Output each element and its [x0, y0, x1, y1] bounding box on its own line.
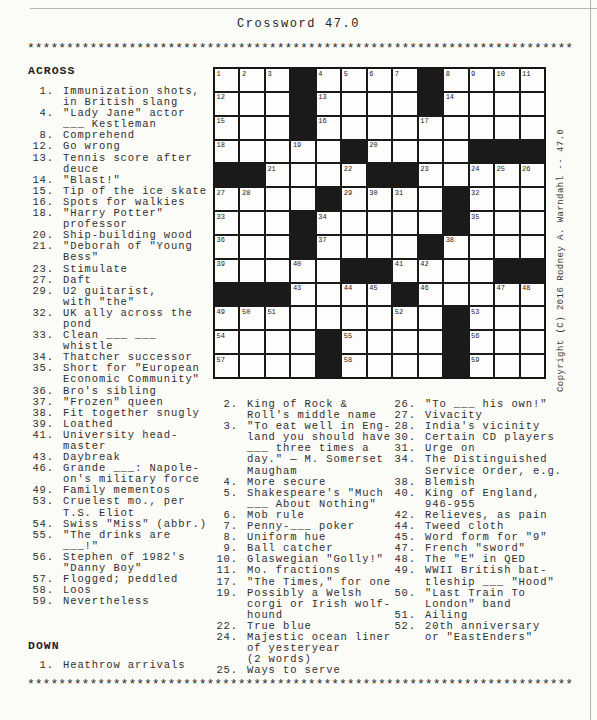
black-cell-r6c10 — [444, 188, 467, 210]
cell-r9c8[interactable]: 41 — [393, 260, 416, 282]
cell-r5c6[interactable]: 22 — [342, 164, 365, 186]
black-cell-r9c13 — [521, 260, 544, 282]
cell-number: 38 — [446, 236, 454, 244]
across-clue-36: 36.Bro's sibling — [28, 386, 212, 397]
cell-r8c13[interactable] — [521, 236, 544, 258]
down-clue-17: 17."The Times," for one — [212, 577, 404, 588]
cell-r5c10[interactable] — [444, 164, 467, 186]
cell-r10c6[interactable]: 44 — [342, 284, 365, 306]
cell-r13c11[interactable]: 59 — [470, 355, 493, 377]
cell-number: 50 — [242, 308, 250, 316]
cell-r6c12[interactable] — [495, 188, 518, 210]
across-clue-12: 12.Go wrong — [28, 141, 212, 152]
cell-r13c12[interactable] — [495, 355, 518, 377]
divider-bottom: ****************************************… — [27, 679, 579, 690]
clue-text: U2 guitarist, with "the" — [63, 286, 157, 308]
cell-r13c6[interactable]: 58 — [342, 355, 365, 377]
cell-number: 32 — [471, 189, 479, 197]
clue-text: "To eat well in Eng- land you should hav… — [247, 421, 391, 476]
cell-r7c12[interactable] — [495, 212, 518, 234]
cell-r10c11[interactable] — [470, 284, 493, 306]
cell-r13c1[interactable]: 57 — [215, 355, 238, 377]
cell-r12c13[interactable] — [521, 331, 544, 353]
across-clue-38: 38.Fit together snugly — [28, 408, 212, 419]
cell-r3c6[interactable] — [342, 117, 365, 139]
cell-r7c9[interactable] — [419, 212, 442, 234]
cell-r5c13[interactable]: 26 — [521, 164, 544, 186]
cell-r3c10[interactable] — [444, 117, 467, 139]
cell-r7c3[interactable] — [266, 212, 289, 234]
clue-text: Shakespeare's "Much ___ About Nothing" — [247, 488, 384, 510]
cell-number: 51 — [267, 308, 275, 316]
cell-r4c1[interactable]: 18 — [215, 141, 238, 163]
cell-number: 7 — [395, 70, 399, 78]
black-cell-r12c5 — [317, 331, 340, 353]
cell-r8c3[interactable] — [266, 236, 289, 258]
cell-r10c7[interactable]: 45 — [368, 284, 391, 306]
down-clue-1: 1.Heathrow arrivals — [28, 660, 212, 671]
cell-r2c13[interactable] — [521, 93, 544, 115]
cell-r9c10[interactable] — [444, 260, 467, 282]
across-clue-35: 35.Short for "European Economic Communit… — [28, 363, 212, 385]
cell-number: 28 — [242, 189, 250, 197]
cell-r10c12[interactable]: 47 — [495, 284, 518, 306]
cell-r5c11[interactable]: 24 — [470, 164, 493, 186]
cell-r1c10[interactable]: 8 — [444, 69, 467, 91]
clue-number: 32. — [28, 308, 54, 319]
cell-r13c4[interactable] — [291, 355, 314, 377]
clue-number: 21. — [28, 241, 54, 252]
black-cell-r8c4 — [291, 236, 314, 258]
cell-number: 55 — [344, 332, 352, 340]
clue-text: Clean ___ ___ whistle — [63, 330, 157, 352]
down-clue-2: 2.King of Rock & Roll's middle name — [212, 399, 404, 421]
cell-r8c10[interactable]: 38 — [444, 236, 467, 258]
cell-r6c1[interactable]: 27 — [215, 188, 238, 210]
cell-number: 9 — [471, 70, 475, 78]
cell-number: 37 — [318, 236, 326, 244]
down-clue-25: 25.Ways to serve — [212, 665, 404, 676]
cell-r3c11[interactable] — [470, 117, 493, 139]
clue-number: 55. — [28, 530, 54, 541]
cell-r13c3[interactable] — [266, 355, 289, 377]
clue-number: 12. — [28, 141, 54, 152]
cell-r6c8[interactable]: 31 — [393, 188, 416, 210]
cell-r6c3[interactable] — [266, 188, 289, 210]
cell-r6c13[interactable] — [521, 188, 544, 210]
clue-number: 49. — [390, 565, 416, 576]
cell-number: 17 — [420, 117, 428, 125]
cell-number: 13 — [318, 93, 326, 101]
cell-r9c11[interactable] — [470, 260, 493, 282]
black-cell-r5c2 — [240, 164, 263, 186]
clue-number: 4. — [28, 108, 54, 119]
cell-r1c1[interactable]: 1 — [215, 69, 238, 91]
cell-r11c2[interactable]: 50 — [240, 307, 263, 329]
clue-number: 34. — [390, 454, 416, 465]
cell-r7c6[interactable] — [342, 212, 365, 234]
cell-r1c11[interactable]: 9 — [470, 69, 493, 91]
cell-r4c7[interactable]: 20 — [368, 141, 391, 163]
cell-r3c7[interactable] — [368, 117, 391, 139]
cell-r12c1[interactable]: 54 — [215, 331, 238, 353]
cell-r4c2[interactable] — [240, 141, 263, 163]
cell-r7c11[interactable]: 35 — [470, 212, 493, 234]
across-clue-55: 55."The drinks are ___!" — [28, 530, 212, 552]
clue-number: 56. — [28, 552, 54, 563]
clue-number: 41. — [28, 430, 54, 441]
cell-r3c9[interactable]: 17 — [419, 117, 442, 139]
cell-r11c8[interactable]: 52 — [393, 307, 416, 329]
cell-number: 53 — [471, 308, 479, 316]
clue-number: 50. — [390, 588, 416, 599]
clue-text: Ways to serve — [247, 665, 341, 676]
clue-text: "Lady Jane" actor ___ Kestleman — [63, 108, 185, 130]
cell-r11c4[interactable] — [291, 307, 314, 329]
cell-r9c9[interactable]: 42 — [419, 260, 442, 282]
cell-r6c6[interactable]: 29 — [342, 188, 365, 210]
black-cell-r7c10 — [444, 212, 467, 234]
cell-number: 49 — [217, 308, 225, 316]
cell-r10c5[interactable] — [317, 284, 340, 306]
cell-r1c5[interactable]: 4 — [317, 69, 340, 91]
clue-number: 19. — [212, 588, 238, 599]
clue-number: 40. — [390, 488, 416, 499]
cell-number: 59 — [471, 356, 479, 364]
cell-number: 58 — [344, 356, 352, 364]
cell-r3c5[interactable]: 16 — [317, 117, 340, 139]
cell-r11c13[interactable] — [521, 307, 544, 329]
cell-r6c9[interactable] — [419, 188, 442, 210]
clue-text: "The drinks are ___!" — [63, 530, 171, 552]
cell-r13c9[interactable] — [419, 355, 442, 377]
black-cell-r2c9 — [419, 93, 442, 115]
clue-number: 35. — [28, 363, 54, 374]
cell-r12c7[interactable] — [368, 331, 391, 353]
cell-number: 35 — [471, 213, 479, 221]
down-clue-30: 30.Certain CD players — [390, 432, 592, 443]
black-cell-r9c7 — [368, 260, 391, 282]
black-cell-r1c4 — [291, 69, 314, 91]
cell-r2c3[interactable] — [266, 93, 289, 115]
cell-r13c2[interactable] — [240, 355, 263, 377]
clue-text: Grande ___: Napole- on's military force — [63, 463, 200, 485]
cell-number: 11 — [522, 70, 530, 78]
down-clue-19: 19.Possibly a Welsh corgi or Irish wolf-… — [212, 588, 404, 621]
cell-r5c4[interactable] — [291, 164, 314, 186]
down-clue-50: 50."Last Train To London" band — [390, 588, 592, 610]
cell-number: 41 — [395, 260, 403, 268]
cell-number: 10 — [497, 70, 505, 78]
cell-number: 16 — [318, 117, 326, 125]
clue-number: 5. — [212, 488, 238, 499]
cell-r7c2[interactable] — [240, 212, 263, 234]
cell-r2c2[interactable] — [240, 93, 263, 115]
cell-r8c11[interactable] — [470, 236, 493, 258]
cell-number: 30 — [369, 189, 377, 197]
cell-r11c11[interactable]: 53 — [470, 307, 493, 329]
across-clue-29: 29.U2 guitarist, with "the" — [28, 286, 212, 308]
divider-top: ****************************************… — [27, 43, 579, 54]
clue-text: Possibly a Welsh corgi or Irish wolf- ho… — [247, 588, 391, 621]
crossword-page: Crossword 47.0 *************************… — [0, 0, 597, 720]
black-cell-r4c6 — [342, 141, 365, 163]
cell-r13c8[interactable] — [393, 355, 416, 377]
cell-r1c12[interactable]: 10 — [495, 69, 518, 91]
black-cell-r10c3 — [266, 284, 289, 306]
cell-r4c4[interactable]: 19 — [291, 141, 314, 163]
cell-r10c13[interactable]: 48 — [521, 284, 544, 306]
cell-r12c8[interactable] — [393, 331, 416, 353]
cell-number: 24 — [471, 165, 479, 173]
clue-number: 23. — [28, 264, 54, 275]
clue-text: King of England, 946-955 — [425, 488, 540, 510]
cell-r8c2[interactable] — [240, 236, 263, 258]
clue-text: King of Rock & Roll's middle name — [247, 399, 377, 421]
cell-number: 46 — [420, 284, 428, 292]
black-cell-r7c4 — [291, 212, 314, 234]
black-cell-r13c5 — [317, 355, 340, 377]
black-cell-r5c8 — [393, 164, 416, 186]
down-clue-3: 3."To eat well in Eng- land you should h… — [212, 421, 404, 476]
cell-r11c6[interactable] — [342, 307, 365, 329]
cell-r1c2[interactable]: 2 — [240, 69, 263, 91]
down-clue-49: 49.WWII British bat- tleship ___ "Hood" — [390, 565, 592, 587]
cell-r3c8[interactable] — [393, 117, 416, 139]
cell-r9c5[interactable] — [317, 260, 340, 282]
cell-r4c10[interactable] — [444, 141, 467, 163]
cell-r8c5[interactable]: 37 — [317, 236, 340, 258]
down-clue-5: 5.Shakespeare's "Much ___ About Nothing" — [212, 488, 404, 510]
cell-r4c8[interactable] — [393, 141, 416, 163]
clue-text: Cruelest mo., per T.S. Eliot — [63, 496, 185, 518]
crossword-grid: 1234567891011121314151617181920212223242… — [213, 67, 546, 379]
cell-r9c1[interactable]: 39 — [215, 260, 238, 282]
cell-r2c5[interactable]: 13 — [317, 93, 340, 115]
cell-r7c1[interactable]: 33 — [215, 212, 238, 234]
black-cell-r4c13 — [521, 141, 544, 163]
black-cell-r8c9 — [419, 236, 442, 258]
clue-text: Stephen of 1982's "Danny Boy" — [63, 552, 185, 574]
clue-number: 3. — [212, 421, 238, 432]
cell-number: 14 — [446, 93, 454, 101]
cell-r10c9[interactable]: 46 — [419, 284, 442, 306]
cell-r6c2[interactable]: 28 — [240, 188, 263, 210]
down-clue-40: 40.King of England, 946-955 — [390, 488, 592, 510]
cell-number: 34 — [318, 213, 326, 221]
cell-r13c7[interactable] — [368, 355, 391, 377]
cell-number: 54 — [217, 332, 225, 340]
cell-r9c4[interactable]: 40 — [291, 260, 314, 282]
cell-number: 5 — [344, 70, 348, 78]
down-clue-34: 34.The Distinguished Service Order, e.g. — [390, 454, 592, 476]
cell-r3c12[interactable] — [495, 117, 518, 139]
clue-number: 59. — [28, 596, 54, 607]
cell-r8c1[interactable]: 36 — [215, 236, 238, 258]
cell-r3c1[interactable]: 15 — [215, 117, 238, 139]
cell-r6c11[interactable]: 32 — [470, 188, 493, 210]
cell-r11c12[interactable] — [495, 307, 518, 329]
clue-text: Tennis score after deuce — [63, 153, 193, 175]
cell-r4c9[interactable] — [419, 141, 442, 163]
cell-r5c9[interactable]: 23 — [419, 164, 442, 186]
cell-number: 42 — [420, 260, 428, 268]
cell-r1c13[interactable]: 11 — [521, 69, 544, 91]
cell-number: 19 — [293, 141, 301, 149]
cell-r13c13[interactable] — [521, 355, 544, 377]
cell-r1c3[interactable]: 3 — [266, 69, 289, 91]
cell-number: 56 — [471, 332, 479, 340]
across-clue-57: 57.Flogged; peddled — [28, 574, 212, 585]
clue-text: The Distinguished Service Order, e.g. — [425, 454, 562, 476]
black-cell-r4c11 — [470, 141, 493, 163]
down-clue-list-middle: 2.King of Rock & Roll's middle name3."To… — [212, 399, 404, 676]
clue-text: Immunization shots, in British slang — [63, 86, 200, 108]
cell-r7c13[interactable] — [521, 212, 544, 234]
cell-number: 48 — [522, 284, 530, 292]
across-clue-53: 53.Cruelest mo., per T.S. Eliot — [28, 496, 212, 518]
cell-number: 3 — [267, 70, 271, 78]
clue-number: 33. — [28, 330, 54, 341]
cell-number: 40 — [293, 260, 301, 268]
cell-r12c2[interactable] — [240, 331, 263, 353]
cell-r6c7[interactable]: 30 — [368, 188, 391, 210]
black-cell-r9c6 — [342, 260, 365, 282]
black-cell-r10c2 — [240, 284, 263, 306]
black-cell-r3c4 — [291, 117, 314, 139]
black-cell-r11c10 — [444, 307, 467, 329]
cell-r1c7[interactable]: 6 — [368, 69, 391, 91]
cell-r2c12[interactable] — [495, 93, 518, 115]
cell-number: 8 — [446, 70, 450, 78]
clue-number: 1. — [28, 660, 54, 671]
clue-text: Bro's sibling — [63, 386, 157, 397]
across-clue-23: 23.Stimulate — [28, 264, 212, 275]
cell-r2c8[interactable] — [393, 93, 416, 115]
cell-number: 47 — [497, 284, 505, 292]
cell-number: 25 — [497, 165, 505, 173]
down-clue-11: 11.Mo. fractions — [212, 565, 404, 576]
cell-r2c1[interactable]: 12 — [215, 93, 238, 115]
cell-r11c9[interactable] — [419, 307, 442, 329]
cell-r3c3[interactable] — [266, 117, 289, 139]
across-clue-21: 21."Deborah of "Young Bess" — [28, 241, 212, 263]
cell-number: 29 — [344, 189, 352, 197]
cell-r8c8[interactable] — [393, 236, 416, 258]
cell-r12c4[interactable] — [291, 331, 314, 353]
black-cell-r1c9 — [419, 69, 442, 91]
cell-r8c12[interactable] — [495, 236, 518, 258]
clue-number: 17. — [212, 577, 238, 588]
across-clue-1: 1.Immunization shots, in British slang — [28, 86, 212, 108]
clue-number: 52. — [390, 621, 416, 632]
cell-number: 27 — [217, 189, 225, 197]
cell-r12c11[interactable]: 56 — [470, 331, 493, 353]
cell-r11c3[interactable]: 51 — [266, 307, 289, 329]
black-cell-r10c8 — [393, 284, 416, 306]
copyright-vertical-text: Copyright (C) 2016 Rodney A. Warndahl --… — [556, 142, 566, 392]
down-clue-26: 26."To ___ his own!" — [390, 399, 592, 410]
clue-number: 1. — [28, 86, 54, 97]
cell-r10c4[interactable]: 43 — [291, 284, 314, 306]
clue-text: "Harry Potter" professor — [63, 208, 164, 230]
down-clue-24: 24.Majestic ocean liner of yesteryear (2… — [212, 632, 404, 665]
cell-r11c7[interactable] — [368, 307, 391, 329]
cell-number: 43 — [293, 284, 301, 292]
clue-number: 29. — [28, 286, 54, 297]
cell-number: 20 — [369, 141, 377, 149]
across-clue-4: 4."Lady Jane" actor ___ Kestleman — [28, 108, 212, 130]
clue-text: "Deborah of "Young Bess" — [63, 241, 193, 263]
cell-r12c6[interactable]: 55 — [342, 331, 365, 353]
clue-text: 20th anniversary or "EastEnders" — [425, 621, 540, 643]
cell-r5c5[interactable] — [317, 164, 340, 186]
cell-number: 22 — [344, 165, 352, 173]
clue-text: Heathrow arrivals — [63, 660, 185, 671]
clue-text: University head- master — [63, 430, 178, 452]
cell-r8c6[interactable] — [342, 236, 365, 258]
cell-r3c2[interactable] — [240, 117, 263, 139]
cell-r1c8[interactable]: 7 — [393, 69, 416, 91]
cell-r6c4[interactable] — [291, 188, 314, 210]
cell-r12c9[interactable] — [419, 331, 442, 353]
across-clue-46: 46.Grande ___: Napole- on's military for… — [28, 463, 212, 485]
cell-r7c8[interactable] — [393, 212, 416, 234]
cell-r2c7[interactable] — [368, 93, 391, 115]
cell-r5c12[interactable]: 25 — [495, 164, 518, 186]
black-cell-r5c7 — [368, 164, 391, 186]
cell-r7c7[interactable] — [368, 212, 391, 234]
cell-r4c5[interactable] — [317, 141, 340, 163]
cell-r2c10[interactable]: 14 — [444, 93, 467, 115]
cell-number: 45 — [369, 284, 377, 292]
cell-r12c3[interactable] — [266, 331, 289, 353]
clue-number: 2. — [212, 399, 238, 410]
cell-r5c3[interactable]: 21 — [266, 164, 289, 186]
cell-r2c11[interactable] — [470, 93, 493, 115]
cell-number: 21 — [267, 165, 275, 173]
black-cell-r2c4 — [291, 93, 314, 115]
clue-number: 36. — [28, 386, 54, 397]
cell-r9c3[interactable] — [266, 260, 289, 282]
down-header: DOWN — [28, 639, 60, 652]
page-top-rule — [30, 8, 597, 9]
clue-number: 13. — [28, 153, 54, 164]
cell-number: 23 — [420, 165, 428, 173]
puzzle-title: Crossword 47.0 — [0, 17, 597, 31]
cell-r9c2[interactable] — [240, 260, 263, 282]
cell-r7c5[interactable]: 34 — [317, 212, 340, 234]
black-cell-r12c10 — [444, 331, 467, 353]
cell-r12c12[interactable] — [495, 331, 518, 353]
cell-r8c7[interactable] — [368, 236, 391, 258]
across-clue-list: 1.Immunization shots, in British slang4.… — [28, 86, 212, 607]
cell-r11c1[interactable]: 49 — [215, 307, 238, 329]
cell-r2c6[interactable] — [342, 93, 365, 115]
cell-r1c6[interactable]: 5 — [342, 69, 365, 91]
across-header: ACROSS — [28, 64, 75, 77]
cell-number: 39 — [217, 260, 225, 268]
black-cell-r6c5 — [317, 188, 340, 210]
cell-r11c5[interactable] — [317, 307, 340, 329]
clue-text: "The Times," for one — [247, 577, 391, 588]
cell-r10c10[interactable] — [444, 284, 467, 306]
cell-r4c3[interactable] — [266, 141, 289, 163]
clue-number: 53. — [28, 496, 54, 507]
black-cell-r9c12 — [495, 260, 518, 282]
cell-number: 26 — [522, 165, 530, 173]
cell-r3c13[interactable] — [521, 117, 544, 139]
